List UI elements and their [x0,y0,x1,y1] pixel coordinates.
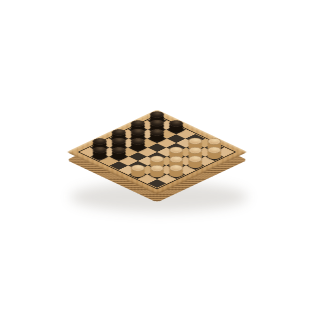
light-checker [167,170,186,179]
light-checker [128,170,147,179]
playing-field [78,115,236,189]
product-photo-stage [0,0,320,320]
checkers-board [66,110,247,195]
square-6-8 [167,170,186,179]
board-top [66,110,247,195]
square-8-6 [128,170,147,179]
